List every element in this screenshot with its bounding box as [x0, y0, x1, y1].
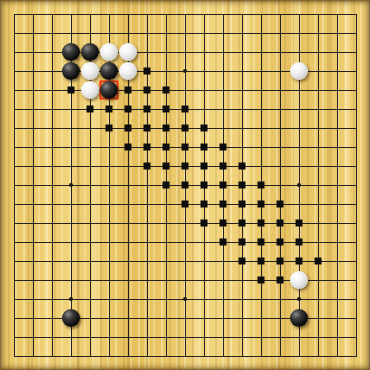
- board-intersection-r18c5[interactable]: [99, 346, 118, 365]
- board-intersection-r18c1[interactable]: [23, 346, 42, 365]
- board-intersection-r10c12[interactable]: [232, 194, 251, 213]
- board-intersection-r9c14[interactable]: [270, 175, 289, 194]
- board-intersection-r16c5[interactable]: [99, 308, 118, 327]
- board-intersection-r6c2[interactable]: [42, 118, 61, 137]
- board-intersection-r2c14[interactable]: [270, 42, 289, 61]
- board-intersection-r0c16[interactable]: [308, 4, 327, 23]
- board-intersection-r0c10[interactable]: [194, 4, 213, 23]
- board-intersection-r9c17[interactable]: [327, 175, 346, 194]
- board-intersection-r8c15[interactable]: [289, 156, 308, 175]
- board-intersection-r4c5[interactable]: [99, 80, 118, 99]
- board-intersection-r14c0[interactable]: [4, 270, 23, 289]
- board-intersection-r10c8[interactable]: [156, 194, 175, 213]
- board-intersection-r2c17[interactable]: [327, 42, 346, 61]
- board-intersection-r15c8[interactable]: [156, 289, 175, 308]
- board-intersection-r4c8[interactable]: [156, 80, 175, 99]
- board-intersection-r18c2[interactable]: [42, 346, 61, 365]
- board-intersection-r12c12[interactable]: [232, 232, 251, 251]
- board-intersection-r14c13[interactable]: [251, 270, 270, 289]
- board-intersection-r2c11[interactable]: [213, 42, 232, 61]
- board-intersection-r12c8[interactable]: [156, 232, 175, 251]
- board-intersection-r12c10[interactable]: [194, 232, 213, 251]
- board-intersection-r17c8[interactable]: [156, 327, 175, 346]
- board-intersection-r16c16[interactable]: [308, 308, 327, 327]
- board-intersection-r13c17[interactable]: [327, 251, 346, 270]
- board-intersection-r14c4[interactable]: [80, 270, 99, 289]
- board-intersection-r0c1[interactable]: [23, 4, 42, 23]
- board-intersection-r17c10[interactable]: [194, 327, 213, 346]
- board-intersection-r7c2[interactable]: [42, 137, 61, 156]
- board-intersection-r5c17[interactable]: [327, 99, 346, 118]
- board-intersection-r2c16[interactable]: [308, 42, 327, 61]
- board-intersection-r1c13[interactable]: [251, 23, 270, 42]
- board-intersection-r11c16[interactable]: [308, 213, 327, 232]
- board-intersection-r10c7[interactable]: [137, 194, 156, 213]
- board-intersection-r18c6[interactable]: [118, 346, 137, 365]
- board-intersection-r13c5[interactable]: [99, 251, 118, 270]
- board-intersection-r3c9[interactable]: [175, 61, 194, 80]
- board-intersection-r9c8[interactable]: [156, 175, 175, 194]
- board-intersection-r5c7[interactable]: [137, 99, 156, 118]
- board-intersection-r8c6[interactable]: [118, 156, 137, 175]
- board-intersection-r17c2[interactable]: [42, 327, 61, 346]
- board-intersection-r17c13[interactable]: [251, 327, 270, 346]
- board-intersection-r16c13[interactable]: [251, 308, 270, 327]
- board-intersection-r12c3[interactable]: [61, 232, 80, 251]
- board-intersection-r0c3[interactable]: [61, 4, 80, 23]
- board-intersection-r4c2[interactable]: [42, 80, 61, 99]
- board-intersection-r13c16[interactable]: [308, 251, 327, 270]
- board-intersection-r6c18[interactable]: [346, 118, 365, 137]
- board-intersection-r9c18[interactable]: [346, 175, 365, 194]
- board-intersection-r15c12[interactable]: [232, 289, 251, 308]
- board-intersection-r4c13[interactable]: [251, 80, 270, 99]
- board-intersection-r8c3[interactable]: [61, 156, 80, 175]
- board-intersection-r1c7[interactable]: [137, 23, 156, 42]
- board-intersection-r16c0[interactable]: [4, 308, 23, 327]
- board-intersection-r5c14[interactable]: [270, 99, 289, 118]
- board-intersection-r11c11[interactable]: [213, 213, 232, 232]
- board-intersection-r6c12[interactable]: [232, 118, 251, 137]
- board-intersection-r6c11[interactable]: [213, 118, 232, 137]
- board-intersection-r8c0[interactable]: [4, 156, 23, 175]
- board-intersection-r1c11[interactable]: [213, 23, 232, 42]
- board-intersection-r0c4[interactable]: [80, 4, 99, 23]
- board-intersection-r14c14[interactable]: [270, 270, 289, 289]
- board-intersection-r17c5[interactable]: [99, 327, 118, 346]
- board-intersection-r6c14[interactable]: [270, 118, 289, 137]
- board-intersection-r6c10[interactable]: [194, 118, 213, 137]
- board-intersection-r1c6[interactable]: [118, 23, 137, 42]
- board-intersection-r8c7[interactable]: [137, 156, 156, 175]
- board-intersection-r8c13[interactable]: [251, 156, 270, 175]
- board-intersection-r1c8[interactable]: [156, 23, 175, 42]
- board-intersection-r7c12[interactable]: [232, 137, 251, 156]
- board-intersection-r14c17[interactable]: [327, 270, 346, 289]
- board-intersection-r8c12[interactable]: [232, 156, 251, 175]
- board-intersection-r1c4[interactable]: [80, 23, 99, 42]
- board-intersection-r15c14[interactable]: [270, 289, 289, 308]
- board-intersection-r10c6[interactable]: [118, 194, 137, 213]
- board-intersection-r11c5[interactable]: [99, 213, 118, 232]
- board-intersection-r8c10[interactable]: [194, 156, 213, 175]
- board-intersection-r10c11[interactable]: [213, 194, 232, 213]
- board-intersection-r18c9[interactable]: [175, 346, 194, 365]
- board-intersection-r15c6[interactable]: [118, 289, 137, 308]
- board-intersection-r15c0[interactable]: [4, 289, 23, 308]
- board-intersection-r11c8[interactable]: [156, 213, 175, 232]
- board-intersection-r2c8[interactable]: [156, 42, 175, 61]
- board-intersection-r16c11[interactable]: [213, 308, 232, 327]
- board-intersection-r3c1[interactable]: [23, 61, 42, 80]
- board-intersection-r16c1[interactable]: [23, 308, 42, 327]
- board-intersection-r17c14[interactable]: [270, 327, 289, 346]
- board-intersection-r3c18[interactable]: [346, 61, 365, 80]
- board-intersection-r12c13[interactable]: [251, 232, 270, 251]
- board-intersection-r15c3[interactable]: [61, 289, 80, 308]
- board-intersection-r10c3[interactable]: [61, 194, 80, 213]
- board-intersection-r2c2[interactable]: [42, 42, 61, 61]
- board-intersection-r15c7[interactable]: [137, 289, 156, 308]
- board-intersection-r10c17[interactable]: [327, 194, 346, 213]
- board-intersection-r14c12[interactable]: [232, 270, 251, 289]
- board-intersection-r9c9[interactable]: [175, 175, 194, 194]
- board-intersection-r1c15[interactable]: [289, 23, 308, 42]
- board-intersection-r7c18[interactable]: [346, 137, 365, 156]
- board-intersection-r3c8[interactable]: [156, 61, 175, 80]
- board-intersection-r18c0[interactable]: [4, 346, 23, 365]
- board-intersection-r7c16[interactable]: [308, 137, 327, 156]
- board-intersection-r5c5[interactable]: [99, 99, 118, 118]
- board-intersection-r7c1[interactable]: [23, 137, 42, 156]
- board-intersection-r16c15[interactable]: [289, 308, 308, 327]
- board-intersection-r17c6[interactable]: [118, 327, 137, 346]
- board-intersection-r4c14[interactable]: [270, 80, 289, 99]
- board-intersection-r10c18[interactable]: [346, 194, 365, 213]
- board-intersection-r4c4[interactable]: [80, 80, 99, 99]
- board-intersection-r3c0[interactable]: [4, 61, 23, 80]
- board-intersection-r9c6[interactable]: [118, 175, 137, 194]
- board-intersection-r16c9[interactable]: [175, 308, 194, 327]
- board-intersection-r18c7[interactable]: [137, 346, 156, 365]
- board-intersection-r15c15[interactable]: [289, 289, 308, 308]
- board-intersection-r8c17[interactable]: [327, 156, 346, 175]
- board-intersection-r11c12[interactable]: [232, 213, 251, 232]
- board-intersection-r2c1[interactable]: [23, 42, 42, 61]
- board-intersection-r14c5[interactable]: [99, 270, 118, 289]
- board-intersection-r9c5[interactable]: [99, 175, 118, 194]
- board-intersection-r10c2[interactable]: [42, 194, 61, 213]
- board-intersection-r3c14[interactable]: [270, 61, 289, 80]
- board-intersection-r3c4[interactable]: [80, 61, 99, 80]
- board-intersection-r7c6[interactable]: [118, 137, 137, 156]
- board-intersection-r7c4[interactable]: [80, 137, 99, 156]
- board-intersection-r4c9[interactable]: [175, 80, 194, 99]
- board-intersection-r1c9[interactable]: [175, 23, 194, 42]
- board-intersection-r4c10[interactable]: [194, 80, 213, 99]
- board-intersection-r14c6[interactable]: [118, 270, 137, 289]
- board-intersection-r1c16[interactable]: [308, 23, 327, 42]
- board-intersection-r3c10[interactable]: [194, 61, 213, 80]
- board-intersection-r15c2[interactable]: [42, 289, 61, 308]
- board-intersection-r7c10[interactable]: [194, 137, 213, 156]
- board-intersection-r13c0[interactable]: [4, 251, 23, 270]
- board-intersection-r15c13[interactable]: [251, 289, 270, 308]
- board-intersection-r4c16[interactable]: [308, 80, 327, 99]
- board-intersection-r14c2[interactable]: [42, 270, 61, 289]
- board-intersection-r7c15[interactable]: [289, 137, 308, 156]
- board-intersection-r17c11[interactable]: [213, 327, 232, 346]
- board-intersection-r17c9[interactable]: [175, 327, 194, 346]
- board-intersection-r2c4[interactable]: [80, 42, 99, 61]
- board-intersection-r0c2[interactable]: [42, 4, 61, 23]
- board-intersection-r9c0[interactable]: [4, 175, 23, 194]
- board-intersection-r12c4[interactable]: [80, 232, 99, 251]
- board-intersection-r2c9[interactable]: [175, 42, 194, 61]
- board-intersection-r1c10[interactable]: [194, 23, 213, 42]
- board-intersection-r18c13[interactable]: [251, 346, 270, 365]
- board-intersection-r11c0[interactable]: [4, 213, 23, 232]
- board-intersection-r18c3[interactable]: [61, 346, 80, 365]
- board-intersection-r1c0[interactable]: [4, 23, 23, 42]
- board-intersection-r8c4[interactable]: [80, 156, 99, 175]
- board-intersection-r3c12[interactable]: [232, 61, 251, 80]
- board-intersection-r4c6[interactable]: [118, 80, 137, 99]
- board-intersection-r1c5[interactable]: [99, 23, 118, 42]
- board-intersection-r8c16[interactable]: [308, 156, 327, 175]
- board-intersection-r2c15[interactable]: [289, 42, 308, 61]
- board-intersection-r9c2[interactable]: [42, 175, 61, 194]
- board-intersection-r9c13[interactable]: [251, 175, 270, 194]
- board-intersection-r12c15[interactable]: [289, 232, 308, 251]
- board-intersection-r12c0[interactable]: [4, 232, 23, 251]
- board-intersection-r4c1[interactable]: [23, 80, 42, 99]
- board-intersection-r0c5[interactable]: [99, 4, 118, 23]
- board-intersection-r3c6[interactable]: [118, 61, 137, 80]
- board-intersection-r4c7[interactable]: [137, 80, 156, 99]
- board-intersection-r18c10[interactable]: [194, 346, 213, 365]
- board-intersection-r10c9[interactable]: [175, 194, 194, 213]
- board-intersection-r13c1[interactable]: [23, 251, 42, 270]
- board-intersection-r16c10[interactable]: [194, 308, 213, 327]
- board-intersection-r0c17[interactable]: [327, 4, 346, 23]
- board-intersection-r17c0[interactable]: [4, 327, 23, 346]
- board-intersection-r14c1[interactable]: [23, 270, 42, 289]
- board-intersection-r5c11[interactable]: [213, 99, 232, 118]
- board-intersection-r1c12[interactable]: [232, 23, 251, 42]
- board-intersection-r12c18[interactable]: [346, 232, 365, 251]
- board-intersection-r18c12[interactable]: [232, 346, 251, 365]
- board-intersection-r5c10[interactable]: [194, 99, 213, 118]
- board-intersection-r1c14[interactable]: [270, 23, 289, 42]
- board-intersection-r10c4[interactable]: [80, 194, 99, 213]
- board-intersection-r18c18[interactable]: [346, 346, 365, 365]
- board-intersection-r2c12[interactable]: [232, 42, 251, 61]
- board-intersection-r17c1[interactable]: [23, 327, 42, 346]
- board-intersection-r15c10[interactable]: [194, 289, 213, 308]
- board-intersection-r6c7[interactable]: [137, 118, 156, 137]
- board-intersection-r6c5[interactable]: [99, 118, 118, 137]
- board-intersection-r13c18[interactable]: [346, 251, 365, 270]
- board-intersection-r7c0[interactable]: [4, 137, 23, 156]
- board-intersection-r6c8[interactable]: [156, 118, 175, 137]
- board-intersection-r8c18[interactable]: [346, 156, 365, 175]
- board-intersection-r16c7[interactable]: [137, 308, 156, 327]
- board-intersection-r3c2[interactable]: [42, 61, 61, 80]
- board-intersection-r11c10[interactable]: [194, 213, 213, 232]
- board-intersection-r6c0[interactable]: [4, 118, 23, 137]
- board-intersection-r18c8[interactable]: [156, 346, 175, 365]
- board-intersection-r15c17[interactable]: [327, 289, 346, 308]
- board-intersection-r15c1[interactable]: [23, 289, 42, 308]
- board-intersection-r12c9[interactable]: [175, 232, 194, 251]
- board-intersection-r5c8[interactable]: [156, 99, 175, 118]
- board-intersection-r4c11[interactable]: [213, 80, 232, 99]
- board-intersection-r17c17[interactable]: [327, 327, 346, 346]
- board-intersection-r4c17[interactable]: [327, 80, 346, 99]
- board-intersection-r14c15[interactable]: [289, 270, 308, 289]
- board-intersection-r10c0[interactable]: [4, 194, 23, 213]
- board-intersection-r12c1[interactable]: [23, 232, 42, 251]
- board-intersection-r5c13[interactable]: [251, 99, 270, 118]
- board-intersection-r0c12[interactable]: [232, 4, 251, 23]
- board-intersection-r6c6[interactable]: [118, 118, 137, 137]
- board-intersection-r8c8[interactable]: [156, 156, 175, 175]
- board-intersection-r11c9[interactable]: [175, 213, 194, 232]
- board-intersection-r9c11[interactable]: [213, 175, 232, 194]
- board-intersection-r16c12[interactable]: [232, 308, 251, 327]
- board-intersection-r5c2[interactable]: [42, 99, 61, 118]
- board-intersection-r9c1[interactable]: [23, 175, 42, 194]
- board-intersection-r11c13[interactable]: [251, 213, 270, 232]
- board-intersection-r6c13[interactable]: [251, 118, 270, 137]
- board-intersection-r6c4[interactable]: [80, 118, 99, 137]
- board-intersection-r17c18[interactable]: [346, 327, 365, 346]
- board-intersection-r12c11[interactable]: [213, 232, 232, 251]
- board-intersection-r6c9[interactable]: [175, 118, 194, 137]
- board-intersection-r16c17[interactable]: [327, 308, 346, 327]
- board-intersection-r15c9[interactable]: [175, 289, 194, 308]
- board-intersection-r12c16[interactable]: [308, 232, 327, 251]
- board-intersection-r16c14[interactable]: [270, 308, 289, 327]
- board-intersection-r4c0[interactable]: [4, 80, 23, 99]
- board-intersection-r2c18[interactable]: [346, 42, 365, 61]
- board-intersection-r13c3[interactable]: [61, 251, 80, 270]
- board-intersection-r4c3[interactable]: [61, 80, 80, 99]
- board-intersection-r11c14[interactable]: [270, 213, 289, 232]
- board-intersection-r10c1[interactable]: [23, 194, 42, 213]
- board-intersection-r16c3[interactable]: [61, 308, 80, 327]
- board-intersection-r14c8[interactable]: [156, 270, 175, 289]
- board-intersection-r2c10[interactable]: [194, 42, 213, 61]
- board-intersection-r11c18[interactable]: [346, 213, 365, 232]
- board-intersection-r3c5[interactable]: [99, 61, 118, 80]
- board-intersection-r2c6[interactable]: [118, 42, 137, 61]
- board-intersection-r15c4[interactable]: [80, 289, 99, 308]
- board-intersection-r2c0[interactable]: [4, 42, 23, 61]
- board-intersection-r0c14[interactable]: [270, 4, 289, 23]
- board-intersection-r11c2[interactable]: [42, 213, 61, 232]
- board-intersection-r16c4[interactable]: [80, 308, 99, 327]
- board-intersection-r3c13[interactable]: [251, 61, 270, 80]
- board-intersection-r17c15[interactable]: [289, 327, 308, 346]
- board-intersection-r14c18[interactable]: [346, 270, 365, 289]
- board-intersection-r5c18[interactable]: [346, 99, 365, 118]
- board-intersection-r9c15[interactable]: [289, 175, 308, 194]
- board-intersection-r0c15[interactable]: [289, 4, 308, 23]
- board-intersection-r1c17[interactable]: [327, 23, 346, 42]
- board-intersection-r12c6[interactable]: [118, 232, 137, 251]
- board-intersection-r17c4[interactable]: [80, 327, 99, 346]
- board-intersection-r3c16[interactable]: [308, 61, 327, 80]
- board-intersection-r7c7[interactable]: [137, 137, 156, 156]
- board-intersection-r18c14[interactable]: [270, 346, 289, 365]
- board-intersection-r13c4[interactable]: [80, 251, 99, 270]
- board-intersection-r13c10[interactable]: [194, 251, 213, 270]
- board-intersection-r12c14[interactable]: [270, 232, 289, 251]
- board-intersection-r13c11[interactable]: [213, 251, 232, 270]
- board-intersection-r5c3[interactable]: [61, 99, 80, 118]
- board-intersection-r17c7[interactable]: [137, 327, 156, 346]
- board-intersection-r17c16[interactable]: [308, 327, 327, 346]
- board-intersection-r14c9[interactable]: [175, 270, 194, 289]
- board-intersection-r8c11[interactable]: [213, 156, 232, 175]
- board-intersection-r12c2[interactable]: [42, 232, 61, 251]
- board-intersection-r17c12[interactable]: [232, 327, 251, 346]
- board-intersection-r14c3[interactable]: [61, 270, 80, 289]
- board-intersection-r2c7[interactable]: [137, 42, 156, 61]
- board-intersection-r10c16[interactable]: [308, 194, 327, 213]
- board-intersection-r10c15[interactable]: [289, 194, 308, 213]
- board-intersection-r9c16[interactable]: [308, 175, 327, 194]
- board-intersection-r1c1[interactable]: [23, 23, 42, 42]
- board-intersection-r2c5[interactable]: [99, 42, 118, 61]
- board-intersection-r0c13[interactable]: [251, 4, 270, 23]
- board-intersection-r18c16[interactable]: [308, 346, 327, 365]
- board-intersection-r5c9[interactable]: [175, 99, 194, 118]
- board-intersection-r16c18[interactable]: [346, 308, 365, 327]
- board-intersection-r14c10[interactable]: [194, 270, 213, 289]
- board-intersection-r8c9[interactable]: [175, 156, 194, 175]
- board-intersection-r7c17[interactable]: [327, 137, 346, 156]
- board-intersection-r13c2[interactable]: [42, 251, 61, 270]
- board-intersection-r10c5[interactable]: [99, 194, 118, 213]
- board-intersection-r13c8[interactable]: [156, 251, 175, 270]
- board-intersection-r18c15[interactable]: [289, 346, 308, 365]
- board-intersection-r11c15[interactable]: [289, 213, 308, 232]
- board-intersection-r11c17[interactable]: [327, 213, 346, 232]
- board-intersection-r5c16[interactable]: [308, 99, 327, 118]
- board-intersection-r6c17[interactable]: [327, 118, 346, 137]
- board-intersection-r4c15[interactable]: [289, 80, 308, 99]
- board-intersection-r7c5[interactable]: [99, 137, 118, 156]
- board-intersection-r0c7[interactable]: [137, 4, 156, 23]
- board-intersection-r10c14[interactable]: [270, 194, 289, 213]
- board-intersection-r18c4[interactable]: [80, 346, 99, 365]
- board-intersection-r0c0[interactable]: [4, 4, 23, 23]
- board-intersection-r8c1[interactable]: [23, 156, 42, 175]
- board-intersection-r5c4[interactable]: [80, 99, 99, 118]
- board-intersection-r13c14[interactable]: [270, 251, 289, 270]
- board-intersection-r5c15[interactable]: [289, 99, 308, 118]
- board-intersection-r16c8[interactable]: [156, 308, 175, 327]
- board-intersection-r12c5[interactable]: [99, 232, 118, 251]
- board-intersection-r15c11[interactable]: [213, 289, 232, 308]
- board-intersection-r9c12[interactable]: [232, 175, 251, 194]
- board-intersection-r9c3[interactable]: [61, 175, 80, 194]
- board-intersection-r7c9[interactable]: [175, 137, 194, 156]
- board-intersection-r14c7[interactable]: [137, 270, 156, 289]
